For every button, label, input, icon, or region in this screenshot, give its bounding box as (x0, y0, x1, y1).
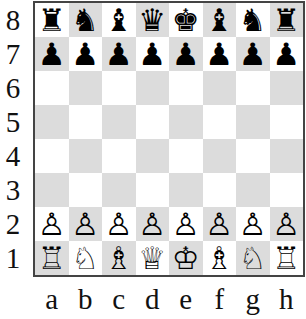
square-h8[interactable]: ♜ (270, 3, 304, 37)
square-e3[interactable] (169, 173, 203, 207)
square-f6[interactable] (203, 71, 237, 105)
square-h6[interactable] (270, 71, 304, 105)
black-rook: ♜ (272, 3, 300, 37)
square-h1[interactable]: ♖ (270, 241, 304, 275)
white-knight: ♘ (239, 241, 267, 275)
square-d6[interactable] (136, 71, 170, 105)
file-label-c: c (102, 280, 136, 318)
square-a2[interactable]: ♙ (35, 207, 69, 241)
black-king: ♚ (172, 3, 200, 37)
rank-label-7: 7 (0, 37, 26, 71)
square-g5[interactable] (236, 105, 270, 139)
white-rook: ♖ (38, 241, 66, 275)
square-c4[interactable] (102, 139, 136, 173)
square-b2[interactable]: ♙ (69, 207, 103, 241)
square-c6[interactable] (102, 71, 136, 105)
square-b6[interactable] (69, 71, 103, 105)
white-rook: ♖ (272, 241, 300, 275)
square-a8[interactable]: ♜ (35, 3, 69, 37)
black-pawn: ♟ (239, 37, 267, 71)
square-h5[interactable] (270, 105, 304, 139)
square-a6[interactable] (35, 71, 69, 105)
square-a1[interactable]: ♖ (35, 241, 69, 275)
square-b8[interactable]: ♞ (69, 3, 103, 37)
white-pawn: ♙ (105, 207, 133, 241)
square-g4[interactable] (236, 139, 270, 173)
square-f5[interactable] (203, 105, 237, 139)
square-c5[interactable] (102, 105, 136, 139)
white-pawn: ♙ (239, 207, 267, 241)
black-knight: ♞ (239, 3, 267, 37)
square-e5[interactable] (169, 105, 203, 139)
square-f3[interactable] (203, 173, 237, 207)
file-label-e: e (169, 280, 203, 318)
black-queen: ♛ (138, 3, 166, 37)
black-bishop: ♝ (205, 3, 233, 37)
square-g3[interactable] (236, 173, 270, 207)
square-f2[interactable]: ♙ (203, 207, 237, 241)
square-f1[interactable]: ♗ (203, 241, 237, 275)
square-f4[interactable] (203, 139, 237, 173)
square-g2[interactable]: ♙ (236, 207, 270, 241)
rank-label-2: 2 (0, 207, 26, 241)
square-g7[interactable]: ♟ (236, 37, 270, 71)
square-a5[interactable] (35, 105, 69, 139)
square-b1[interactable]: ♘ (69, 241, 103, 275)
white-bishop: ♗ (105, 241, 133, 275)
square-h3[interactable] (270, 173, 304, 207)
black-pawn: ♟ (138, 37, 166, 71)
black-pawn: ♟ (105, 37, 133, 71)
black-knight: ♞ (71, 3, 99, 37)
square-a3[interactable] (35, 173, 69, 207)
square-c8[interactable]: ♝ (102, 3, 136, 37)
file-label-f: f (203, 280, 237, 318)
rank-label-8: 8 (0, 3, 26, 37)
white-pawn: ♙ (272, 207, 300, 241)
file-label-g: g (236, 280, 270, 318)
black-bishop: ♝ (105, 3, 133, 37)
white-pawn: ♙ (38, 207, 66, 241)
board-grid: ♜♞♝♛♚♝♞♜♟♟♟♟♟♟♟♟♙♙♙♙♙♙♙♙♖♘♗♕♔♗♘♖ (35, 3, 303, 275)
white-bishop: ♗ (205, 241, 233, 275)
square-h7[interactable]: ♟ (270, 37, 304, 71)
square-a7[interactable]: ♟ (35, 37, 69, 71)
white-queen: ♕ (138, 241, 166, 275)
white-king: ♔ (172, 241, 200, 275)
white-pawn: ♙ (172, 207, 200, 241)
square-d8[interactable]: ♛ (136, 3, 170, 37)
chess-board: ♜♞♝♛♚♝♞♜♟♟♟♟♟♟♟♟♙♙♙♙♙♙♙♙♖♘♗♕♔♗♘♖ (33, 1, 305, 277)
file-label-b: b (69, 280, 103, 318)
square-f7[interactable]: ♟ (203, 37, 237, 71)
square-d1[interactable]: ♕ (136, 241, 170, 275)
black-pawn: ♟ (38, 37, 66, 71)
white-pawn: ♙ (138, 207, 166, 241)
black-pawn: ♟ (71, 37, 99, 71)
file-label-a: a (35, 280, 69, 318)
square-g1[interactable]: ♘ (236, 241, 270, 275)
square-h4[interactable] (270, 139, 304, 173)
square-d5[interactable] (136, 105, 170, 139)
square-d3[interactable] (136, 173, 170, 207)
file-label-h: h (270, 280, 304, 318)
square-e8[interactable]: ♚ (169, 3, 203, 37)
square-b4[interactable] (69, 139, 103, 173)
rank-label-5: 5 (0, 105, 26, 139)
square-d7[interactable]: ♟ (136, 37, 170, 71)
white-pawn: ♙ (71, 207, 99, 241)
white-knight: ♘ (71, 241, 99, 275)
square-c7[interactable]: ♟ (102, 37, 136, 71)
black-pawn: ♟ (272, 37, 300, 71)
square-c2[interactable]: ♙ (102, 207, 136, 241)
square-g6[interactable] (236, 71, 270, 105)
white-pawn: ♙ (205, 207, 233, 241)
square-b7[interactable]: ♟ (69, 37, 103, 71)
square-b3[interactable] (69, 173, 103, 207)
black-pawn: ♟ (172, 37, 200, 71)
square-e2[interactable]: ♙ (169, 207, 203, 241)
square-h2[interactable]: ♙ (270, 207, 304, 241)
square-f8[interactable]: ♝ (203, 3, 237, 37)
square-d4[interactable] (136, 139, 170, 173)
rank-labels: 87654321 (0, 3, 26, 275)
chess-diagram: 87654321 ♜♞♝♛♚♝♞♜♟♟♟♟♟♟♟♟♙♙♙♙♙♙♙♙♖♘♗♕♔♗♘… (0, 0, 306, 319)
rank-label-6: 6 (0, 71, 26, 105)
square-e7[interactable]: ♟ (169, 37, 203, 71)
square-a4[interactable] (35, 139, 69, 173)
rank-label-4: 4 (0, 139, 26, 173)
file-label-d: d (136, 280, 170, 318)
file-labels: abcdefgh (35, 280, 303, 318)
black-rook: ♜ (38, 3, 66, 37)
rank-label-3: 3 (0, 173, 26, 207)
square-d2[interactable]: ♙ (136, 207, 170, 241)
square-c3[interactable] (102, 173, 136, 207)
square-e6[interactable] (169, 71, 203, 105)
square-e4[interactable] (169, 139, 203, 173)
square-b5[interactable] (69, 105, 103, 139)
square-e1[interactable]: ♔ (169, 241, 203, 275)
rank-label-1: 1 (0, 241, 26, 275)
black-pawn: ♟ (205, 37, 233, 71)
square-c1[interactable]: ♗ (102, 241, 136, 275)
square-g8[interactable]: ♞ (236, 3, 270, 37)
